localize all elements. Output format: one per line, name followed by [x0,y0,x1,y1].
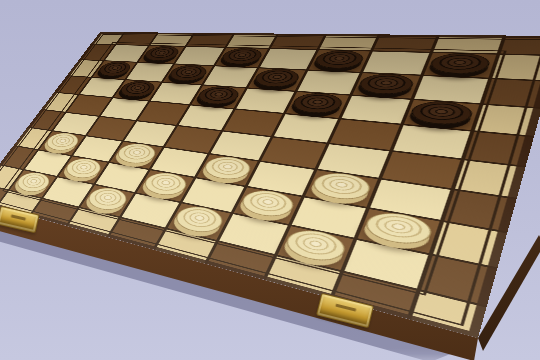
frame-cell [498,35,540,55]
dark-piece[interactable] [194,85,243,105]
frame-cell [371,34,438,52]
dark-piece[interactable] [251,68,303,88]
photo-scene [0,0,540,360]
dark-piece[interactable] [218,47,265,64]
dark-piece[interactable] [356,73,417,96]
frame-cell [490,54,540,81]
dark-piece[interactable] [289,92,346,115]
frame-cell [431,35,504,54]
frame-cell [269,34,325,50]
dark-piece[interactable] [312,50,367,69]
dark-piece[interactable] [408,100,476,127]
light-piece[interactable] [200,154,255,182]
square-r1c7[interactable] [361,51,431,75]
frame-cell [317,34,378,51]
square-r1c8[interactable] [422,52,498,78]
dark-piece[interactable] [427,52,492,74]
checkers-board [0,32,540,338]
board-grid [0,32,540,338]
